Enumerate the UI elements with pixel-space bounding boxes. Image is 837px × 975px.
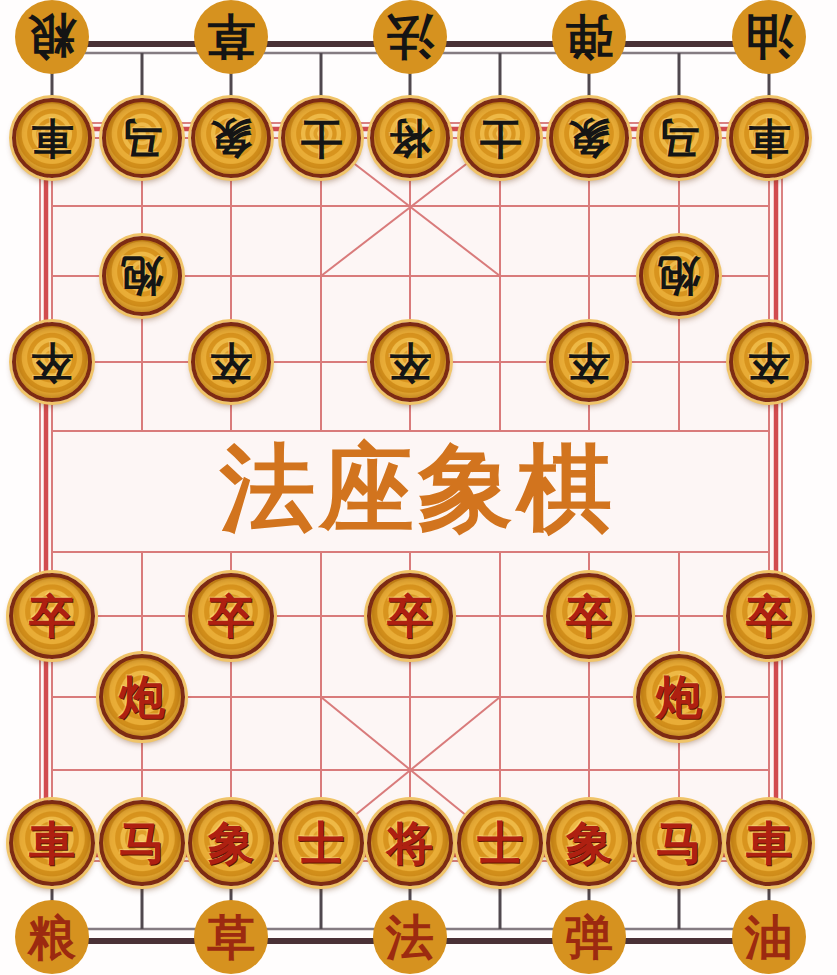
supply-piece-bottom-dan-ammo[interactable]: 弹 xyxy=(552,900,626,974)
piece-glyph: 士 xyxy=(300,117,342,159)
piece-red-chariot[interactable]: 車 xyxy=(726,800,812,886)
piece-glyph: 象 xyxy=(566,820,612,866)
piece-glyph: 将 xyxy=(389,117,431,159)
supply-piece-top-liang-grain[interactable]: 粮 xyxy=(15,0,89,74)
supply-glyph: 油 xyxy=(745,913,793,961)
piece-red-cannon[interactable]: 炮 xyxy=(99,654,185,740)
piece-glyph: 象 xyxy=(208,820,254,866)
piece-black-cannon[interactable]: 炮 xyxy=(639,236,719,316)
piece-glyph: 卒 xyxy=(210,341,252,383)
supply-glyph: 草 xyxy=(207,913,255,961)
piece-black-horse[interactable]: 马 xyxy=(102,98,182,178)
piece-glyph: 卒 xyxy=(387,593,433,639)
supply-piece-bottom-fa-law[interactable]: 法 xyxy=(373,900,447,974)
supply-piece-bottom-you-oil[interactable]: 油 xyxy=(732,900,806,974)
piece-glyph: 車 xyxy=(29,820,75,866)
piece-red-elephant[interactable]: 象 xyxy=(188,800,274,886)
supply-glyph: 粮 xyxy=(28,13,76,61)
piece-red-soldier[interactable]: 卒 xyxy=(9,573,95,659)
piece-red-soldier[interactable]: 卒 xyxy=(726,573,812,659)
piece-black-elephant[interactable]: 象 xyxy=(191,98,271,178)
piece-black-soldier[interactable]: 卒 xyxy=(12,322,92,402)
piece-glyph: 卒 xyxy=(31,341,73,383)
supply-piece-top-dan-ammo[interactable]: 弹 xyxy=(552,0,626,74)
piece-red-advisor[interactable]: 士 xyxy=(278,800,364,886)
piece-red-horse[interactable]: 马 xyxy=(636,800,722,886)
piece-glyph: 卒 xyxy=(208,593,254,639)
piece-glyph: 士 xyxy=(479,117,521,159)
piece-glyph: 炮 xyxy=(121,255,163,297)
piece-red-soldier[interactable]: 卒 xyxy=(188,573,274,659)
piece-red-general[interactable]: 将 xyxy=(367,800,453,886)
piece-black-soldier[interactable]: 卒 xyxy=(191,322,271,402)
piece-red-elephant[interactable]: 象 xyxy=(546,800,632,886)
xiangqi-board-screenshot: 法座象棋 車马象士将士象马車炮炮卒卒卒卒卒卒卒卒卒卒炮炮車马象士将士象马車粮草法… xyxy=(0,0,837,975)
piece-glyph: 卒 xyxy=(568,341,610,383)
piece-black-horse[interactable]: 马 xyxy=(639,98,719,178)
piece-glyph: 马 xyxy=(119,820,165,866)
piece-black-advisor[interactable]: 士 xyxy=(460,98,540,178)
piece-glyph: 士 xyxy=(298,820,344,866)
supply-piece-top-fa-law[interactable]: 法 xyxy=(373,0,447,74)
piece-glyph: 卒 xyxy=(746,593,792,639)
piece-glyph: 士 xyxy=(477,820,523,866)
piece-glyph: 炮 xyxy=(119,674,165,720)
piece-glyph: 象 xyxy=(210,117,252,159)
piece-red-soldier[interactable]: 卒 xyxy=(367,573,453,659)
piece-black-chariot[interactable]: 車 xyxy=(729,98,809,178)
piece-red-advisor[interactable]: 士 xyxy=(457,800,543,886)
piece-red-chariot[interactable]: 車 xyxy=(9,800,95,886)
piece-black-chariot[interactable]: 車 xyxy=(12,98,92,178)
piece-black-soldier[interactable]: 卒 xyxy=(370,322,450,402)
supply-glyph: 油 xyxy=(745,13,793,61)
piece-glyph: 马 xyxy=(658,117,700,159)
piece-red-cannon[interactable]: 炮 xyxy=(636,654,722,740)
piece-glyph: 将 xyxy=(387,820,433,866)
supply-glyph: 粮 xyxy=(28,913,76,961)
supply-glyph: 弹 xyxy=(565,13,613,61)
piece-black-soldier[interactable]: 卒 xyxy=(729,322,809,402)
piece-black-elephant[interactable]: 象 xyxy=(549,98,629,178)
supply-glyph: 弹 xyxy=(565,913,613,961)
piece-glyph: 卒 xyxy=(566,593,612,639)
river-title: 法座象棋 xyxy=(220,441,616,536)
piece-glyph: 卒 xyxy=(389,341,431,383)
piece-glyph: 車 xyxy=(31,117,73,159)
piece-glyph: 马 xyxy=(121,117,163,159)
piece-black-cannon[interactable]: 炮 xyxy=(102,236,182,316)
piece-glyph: 卒 xyxy=(748,341,790,383)
piece-glyph: 卒 xyxy=(29,593,75,639)
supply-glyph: 草 xyxy=(207,13,255,61)
piece-glyph: 炮 xyxy=(656,674,702,720)
piece-glyph: 車 xyxy=(748,117,790,159)
supply-piece-bottom-cao-grass[interactable]: 草 xyxy=(194,900,268,974)
piece-red-soldier[interactable]: 卒 xyxy=(546,573,632,659)
supply-glyph: 法 xyxy=(386,913,434,961)
piece-red-horse[interactable]: 马 xyxy=(99,800,185,886)
piece-glyph: 马 xyxy=(656,820,702,866)
piece-black-advisor[interactable]: 士 xyxy=(281,98,361,178)
supply-glyph: 法 xyxy=(386,13,434,61)
supply-piece-top-you-oil[interactable]: 油 xyxy=(732,0,806,74)
piece-glyph: 炮 xyxy=(658,255,700,297)
supply-piece-bottom-liang-grain[interactable]: 粮 xyxy=(15,900,89,974)
piece-black-general[interactable]: 将 xyxy=(370,98,450,178)
piece-glyph: 車 xyxy=(746,820,792,866)
supply-piece-top-cao-grass[interactable]: 草 xyxy=(194,0,268,74)
piece-glyph: 象 xyxy=(568,117,610,159)
piece-black-soldier[interactable]: 卒 xyxy=(549,322,629,402)
